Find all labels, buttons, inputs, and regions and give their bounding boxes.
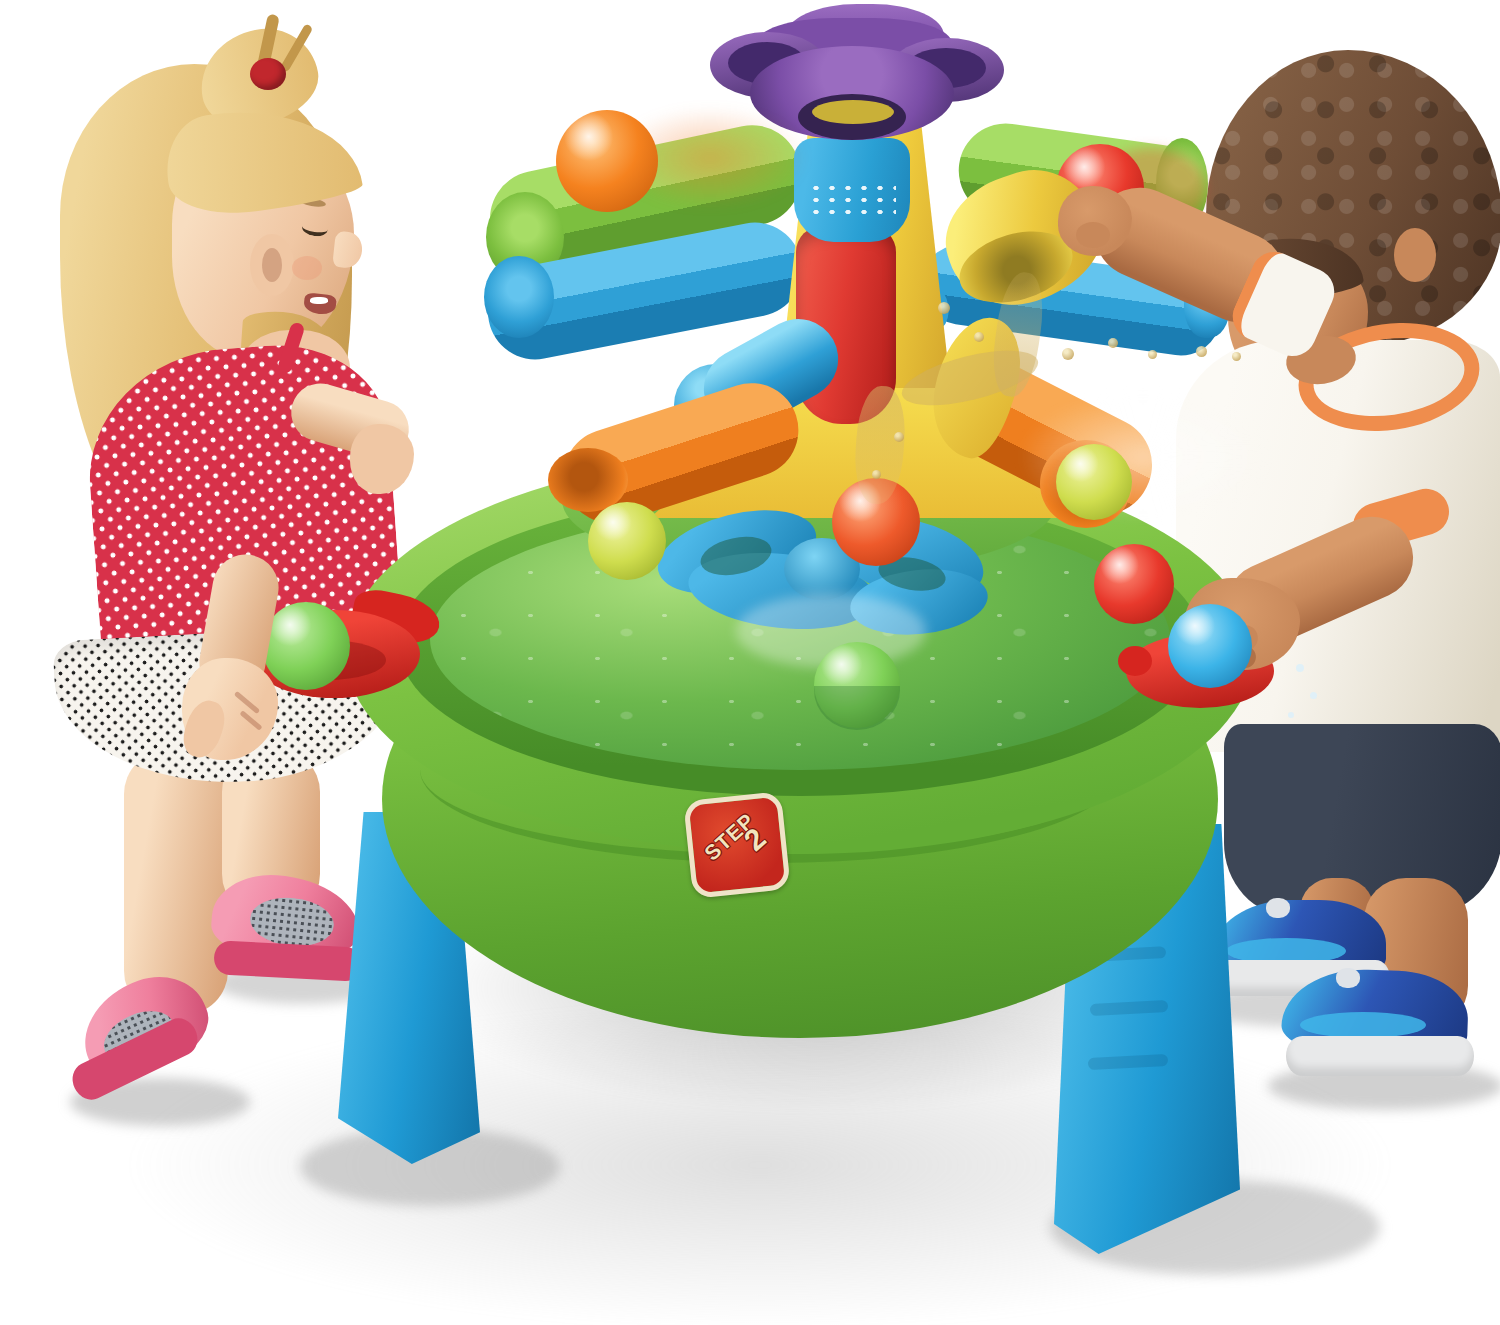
boy-shoe-back-toggle [1266,898,1290,918]
step2-badge: STEP 2 [683,791,791,899]
girl-tooth [310,297,328,304]
water-droplet [1196,346,1207,357]
water-droplet [974,332,984,342]
boy-shoe-front-toggle [1336,968,1360,988]
ball-lime-on-orange-ramp [1056,444,1132,520]
water-drip-2 [1310,692,1317,699]
boy-thumb [1076,222,1110,248]
water-drip-3 [1288,712,1294,718]
purple-funnel-inner-yellow [812,100,894,124]
boy-shoe-front-sole [1286,1036,1474,1076]
blue-ramp-left-cap [484,256,554,338]
scoop-right-tip [1118,646,1152,676]
water-droplet [1062,348,1074,360]
splash-foam-right [1018,392,1268,522]
water-droplet [1148,350,1157,359]
water-droplet [872,470,881,479]
ball-blue-on-scoop [1168,604,1252,688]
water-drip [1296,664,1304,672]
water-droplet [1232,352,1241,361]
water-droplet [938,302,950,314]
ball-lime-in-water [588,502,666,580]
girl-leg-front [124,750,228,1015]
ball-orange-on-green-ramp [556,110,658,212]
water-droplet [894,432,904,442]
scene: STEP 2 [0,0,1500,1325]
water-droplet [1108,338,1118,348]
ball-green-on-scoop [262,602,350,690]
ball-red-floating [1094,544,1174,624]
girl-ear-inner [262,248,282,282]
girl-nose [332,231,364,270]
badge-text-2: 2 [738,822,770,855]
girl-right-hand [350,424,414,494]
girl-cheek [292,256,322,280]
boy-ear [1394,228,1436,282]
boy-shoe-front-trim [1300,1012,1426,1038]
girl-hair-tie [250,58,286,90]
blue-drum-speckles [808,182,896,218]
